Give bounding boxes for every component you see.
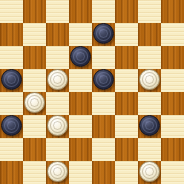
square-r1c5[interactable]	[115, 23, 138, 46]
square-r1c4[interactable]	[92, 23, 115, 46]
square-r3c0[interactable]	[0, 69, 23, 92]
square-r0c6[interactable]	[138, 0, 161, 23]
square-r5c1[interactable]	[23, 115, 46, 138]
black-man[interactable]	[1, 115, 22, 136]
square-r5c3[interactable]	[69, 115, 92, 138]
square-r0c0[interactable]	[0, 0, 23, 23]
square-r2c6[interactable]	[138, 46, 161, 69]
white-man[interactable]	[139, 161, 160, 182]
white-man[interactable]	[47, 115, 68, 136]
checkers-board	[0, 0, 184, 184]
square-r6c0[interactable]	[0, 138, 23, 161]
square-r6c4[interactable]	[92, 138, 115, 161]
square-r0c4[interactable]	[92, 0, 115, 23]
square-r3c3[interactable]	[69, 69, 92, 92]
square-r7c0[interactable]	[0, 161, 23, 184]
white-man[interactable]	[24, 92, 45, 113]
square-r2c3[interactable]	[69, 46, 92, 69]
square-r2c7[interactable]	[161, 46, 184, 69]
square-r4c0[interactable]	[0, 92, 23, 115]
square-r5c2[interactable]	[46, 115, 69, 138]
square-r1c0[interactable]	[0, 23, 23, 46]
square-r0c2[interactable]	[46, 0, 69, 23]
square-r7c4[interactable]	[92, 161, 115, 184]
white-man[interactable]	[139, 69, 160, 90]
square-r6c1[interactable]	[23, 138, 46, 161]
square-r0c3[interactable]	[69, 0, 92, 23]
square-r7c1[interactable]	[23, 161, 46, 184]
square-r0c1[interactable]	[23, 0, 46, 23]
square-r1c1[interactable]	[23, 23, 46, 46]
square-r3c5[interactable]	[115, 69, 138, 92]
square-r4c3[interactable]	[69, 92, 92, 115]
square-r1c7[interactable]	[161, 23, 184, 46]
white-man[interactable]	[47, 69, 68, 90]
square-r3c4[interactable]	[92, 69, 115, 92]
square-r2c4[interactable]	[92, 46, 115, 69]
white-man[interactable]	[47, 161, 68, 182]
square-r3c7[interactable]	[161, 69, 184, 92]
square-r7c6[interactable]	[138, 161, 161, 184]
square-r1c2[interactable]	[46, 23, 69, 46]
black-man[interactable]	[1, 69, 22, 90]
square-r6c3[interactable]	[69, 138, 92, 161]
black-man[interactable]	[139, 115, 160, 136]
square-r2c1[interactable]	[23, 46, 46, 69]
square-r4c4[interactable]	[92, 92, 115, 115]
square-r7c3[interactable]	[69, 161, 92, 184]
square-r7c2[interactable]	[46, 161, 69, 184]
square-r6c2[interactable]	[46, 138, 69, 161]
square-r3c6[interactable]	[138, 69, 161, 92]
square-r1c6[interactable]	[138, 23, 161, 46]
square-r4c7[interactable]	[161, 92, 184, 115]
square-r2c5[interactable]	[115, 46, 138, 69]
square-r5c7[interactable]	[161, 115, 184, 138]
black-man[interactable]	[93, 23, 114, 44]
square-r7c5[interactable]	[115, 161, 138, 184]
square-r6c7[interactable]	[161, 138, 184, 161]
square-r6c5[interactable]	[115, 138, 138, 161]
square-r3c1[interactable]	[23, 69, 46, 92]
black-man[interactable]	[70, 46, 91, 67]
square-r5c5[interactable]	[115, 115, 138, 138]
black-man[interactable]	[93, 69, 114, 90]
square-r4c6[interactable]	[138, 92, 161, 115]
square-r4c1[interactable]	[23, 92, 46, 115]
square-r2c0[interactable]	[0, 46, 23, 69]
square-r6c6[interactable]	[138, 138, 161, 161]
square-r0c7[interactable]	[161, 0, 184, 23]
square-r4c2[interactable]	[46, 92, 69, 115]
square-r3c2[interactable]	[46, 69, 69, 92]
square-r5c4[interactable]	[92, 115, 115, 138]
square-r4c5[interactable]	[115, 92, 138, 115]
square-r5c6[interactable]	[138, 115, 161, 138]
square-r0c5[interactable]	[115, 0, 138, 23]
square-r7c7[interactable]	[161, 161, 184, 184]
square-r1c3[interactable]	[69, 23, 92, 46]
square-r2c2[interactable]	[46, 46, 69, 69]
square-r5c0[interactable]	[0, 115, 23, 138]
